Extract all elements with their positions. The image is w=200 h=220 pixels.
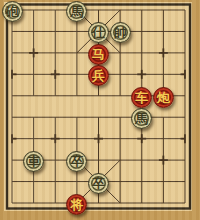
pieces-layer: 砲馬仕帥马兵车炮馬車卒卒将 bbox=[0, 0, 200, 220]
piece-olive-cannon[interactable]: 砲 bbox=[2, 1, 23, 22]
piece-red-cannon[interactable]: 炮 bbox=[153, 87, 174, 108]
piece-olive-horse[interactable]: 馬 bbox=[131, 108, 152, 129]
piece-olive-soldier[interactable]: 卒 bbox=[66, 151, 87, 172]
piece-olive-horse[interactable]: 馬 bbox=[66, 1, 87, 22]
piece-olive-advisor[interactable]: 仕 bbox=[88, 22, 109, 43]
piece-red-soldier[interactable]: 兵 bbox=[88, 65, 109, 86]
piece-olive-general[interactable]: 帥 bbox=[110, 22, 131, 43]
piece-olive-chariot[interactable]: 車 bbox=[23, 151, 44, 172]
piece-olive-soldier[interactable]: 卒 bbox=[88, 173, 109, 194]
piece-red-horse[interactable]: 马 bbox=[88, 44, 109, 65]
piece-red-chariot[interactable]: 车 bbox=[131, 87, 152, 108]
xiangqi-app: 砲馬仕帥马兵车炮馬車卒卒将 bbox=[0, 0, 200, 220]
piece-red-general[interactable]: 将 bbox=[66, 194, 87, 215]
